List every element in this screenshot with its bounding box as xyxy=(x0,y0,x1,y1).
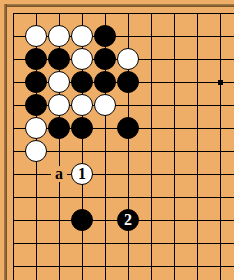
stone-white xyxy=(71,25,93,47)
stone-black xyxy=(94,71,116,93)
stone-white-move-1: 1 xyxy=(71,163,93,185)
grid-line-vertical xyxy=(151,13,152,280)
grid-line-horizontal xyxy=(13,266,234,267)
grid-line-vertical xyxy=(220,13,221,280)
stone-white xyxy=(25,140,47,162)
stone-black xyxy=(94,48,116,70)
star-point xyxy=(218,80,223,85)
grid-line-horizontal xyxy=(13,197,234,198)
stone-white xyxy=(25,25,47,47)
grid-line-horizontal xyxy=(13,174,234,175)
grid-line-vertical xyxy=(197,13,198,280)
point-label-a: a xyxy=(51,166,67,182)
stone-white xyxy=(48,94,70,116)
stone-black-move-2: 2 xyxy=(117,209,139,231)
grid-line-vertical xyxy=(13,13,14,280)
stone-white xyxy=(71,94,93,116)
stone-black xyxy=(25,48,47,70)
grid-line-vertical xyxy=(174,13,175,280)
stone-black xyxy=(25,71,47,93)
board-edge-left xyxy=(4,4,7,280)
stone-white xyxy=(48,25,70,47)
stone-black xyxy=(71,209,93,231)
stone-white xyxy=(25,117,47,139)
stone-black xyxy=(117,71,139,93)
go-board: a12 xyxy=(0,0,234,280)
stone-white xyxy=(94,94,116,116)
stone-black xyxy=(25,94,47,116)
stone-black xyxy=(94,25,116,47)
board-edge-top xyxy=(4,4,234,7)
stone-black xyxy=(48,117,70,139)
stone-black xyxy=(117,117,139,139)
stone-black xyxy=(71,71,93,93)
stone-white xyxy=(48,71,70,93)
grid-line-horizontal xyxy=(13,243,234,244)
stone-white xyxy=(71,48,93,70)
grid-line-horizontal xyxy=(13,13,234,14)
stone-white xyxy=(117,48,139,70)
stone-black xyxy=(71,117,93,139)
stone-black xyxy=(48,48,70,70)
